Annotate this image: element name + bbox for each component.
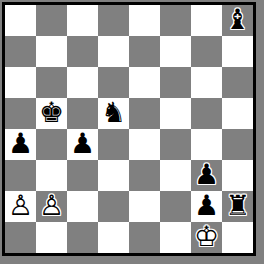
square-g6[interactable]: [191, 67, 222, 98]
square-a3[interactable]: [5, 160, 36, 191]
square-h4[interactable]: [222, 129, 253, 160]
piece-black-pawn[interactable]: ♟: [191, 191, 222, 222]
square-c6[interactable]: [67, 67, 98, 98]
square-a5[interactable]: [5, 98, 36, 129]
square-a2[interactable]: ♟♙: [5, 191, 36, 222]
square-f5[interactable]: [160, 98, 191, 129]
piece-black-knight[interactable]: ♞: [98, 98, 129, 129]
chess-board-frame: ♝♚♞♟♟♟♟♙♟♙♟♜♚♔: [2, 2, 256, 256]
piece-black-pawn[interactable]: ♟: [67, 129, 98, 160]
square-e1[interactable]: [129, 222, 160, 253]
square-h3[interactable]: [222, 160, 253, 191]
piece-white-king[interactable]: ♚♔: [191, 222, 222, 253]
piece-black-rook[interactable]: ♜: [222, 191, 253, 222]
square-b7[interactable]: [36, 36, 67, 67]
pawn-fill-glyph: ♟: [36, 191, 67, 222]
square-b4[interactable]: [36, 129, 67, 160]
chess-board: ♝♚♞♟♟♟♟♙♟♙♟♜♚♔: [5, 5, 253, 253]
pawn-glyph: ♟: [191, 160, 222, 191]
square-h8[interactable]: ♝: [222, 5, 253, 36]
pawn-outline-glyph: ♙: [36, 191, 67, 222]
square-f1[interactable]: [160, 222, 191, 253]
square-a8[interactable]: [5, 5, 36, 36]
square-a1[interactable]: [5, 222, 36, 253]
square-d3[interactable]: [98, 160, 129, 191]
piece-black-king[interactable]: ♚: [36, 98, 67, 129]
pawn-glyph: ♟: [5, 129, 36, 160]
square-g2[interactable]: ♟: [191, 191, 222, 222]
square-c3[interactable]: [67, 160, 98, 191]
square-b8[interactable]: [36, 5, 67, 36]
square-g5[interactable]: [191, 98, 222, 129]
square-e7[interactable]: [129, 36, 160, 67]
square-d2[interactable]: [98, 191, 129, 222]
square-c8[interactable]: [67, 5, 98, 36]
pawn-outline-glyph: ♙: [5, 191, 36, 222]
square-g4[interactable]: [191, 129, 222, 160]
square-d7[interactable]: [98, 36, 129, 67]
square-a4[interactable]: ♟: [5, 129, 36, 160]
square-d6[interactable]: [98, 67, 129, 98]
king-outline-glyph: ♔: [191, 222, 222, 253]
square-c4[interactable]: ♟: [67, 129, 98, 160]
square-d5[interactable]: ♞: [98, 98, 129, 129]
square-g3[interactable]: ♟: [191, 160, 222, 191]
square-e6[interactable]: [129, 67, 160, 98]
pawn-glyph: ♟: [67, 129, 98, 160]
square-f2[interactable]: [160, 191, 191, 222]
square-d8[interactable]: [98, 5, 129, 36]
piece-white-pawn[interactable]: ♟♙: [5, 191, 36, 222]
bishop-glyph: ♝: [222, 5, 253, 36]
pawn-glyph: ♟: [191, 191, 222, 222]
knight-glyph: ♞: [98, 98, 129, 129]
square-b1[interactable]: [36, 222, 67, 253]
square-c2[interactable]: [67, 191, 98, 222]
square-e2[interactable]: [129, 191, 160, 222]
square-h7[interactable]: [222, 36, 253, 67]
square-b3[interactable]: [36, 160, 67, 191]
square-a7[interactable]: [5, 36, 36, 67]
square-g7[interactable]: [191, 36, 222, 67]
piece-black-bishop[interactable]: ♝: [222, 5, 253, 36]
square-e3[interactable]: [129, 160, 160, 191]
square-d4[interactable]: [98, 129, 129, 160]
king-glyph: ♚: [36, 98, 67, 129]
square-b2[interactable]: ♟♙: [36, 191, 67, 222]
square-e4[interactable]: [129, 129, 160, 160]
rook-glyph: ♜: [222, 191, 253, 222]
square-f6[interactable]: [160, 67, 191, 98]
square-a6[interactable]: [5, 67, 36, 98]
square-g8[interactable]: [191, 5, 222, 36]
square-c1[interactable]: [67, 222, 98, 253]
piece-black-pawn[interactable]: ♟: [5, 129, 36, 160]
piece-white-pawn[interactable]: ♟♙: [36, 191, 67, 222]
square-b6[interactable]: [36, 67, 67, 98]
square-f8[interactable]: [160, 5, 191, 36]
square-e5[interactable]: [129, 98, 160, 129]
square-h5[interactable]: [222, 98, 253, 129]
king-fill-glyph: ♚: [191, 222, 222, 253]
square-d1[interactable]: [98, 222, 129, 253]
square-g1[interactable]: ♚♔: [191, 222, 222, 253]
piece-black-pawn[interactable]: ♟: [191, 160, 222, 191]
square-c7[interactable]: [67, 36, 98, 67]
pawn-fill-glyph: ♟: [5, 191, 36, 222]
square-e8[interactable]: [129, 5, 160, 36]
square-h2[interactable]: ♜: [222, 191, 253, 222]
square-h1[interactable]: [222, 222, 253, 253]
square-c5[interactable]: [67, 98, 98, 129]
square-f4[interactable]: [160, 129, 191, 160]
square-h6[interactable]: [222, 67, 253, 98]
square-b5[interactable]: ♚: [36, 98, 67, 129]
square-f3[interactable]: [160, 160, 191, 191]
square-f7[interactable]: [160, 36, 191, 67]
